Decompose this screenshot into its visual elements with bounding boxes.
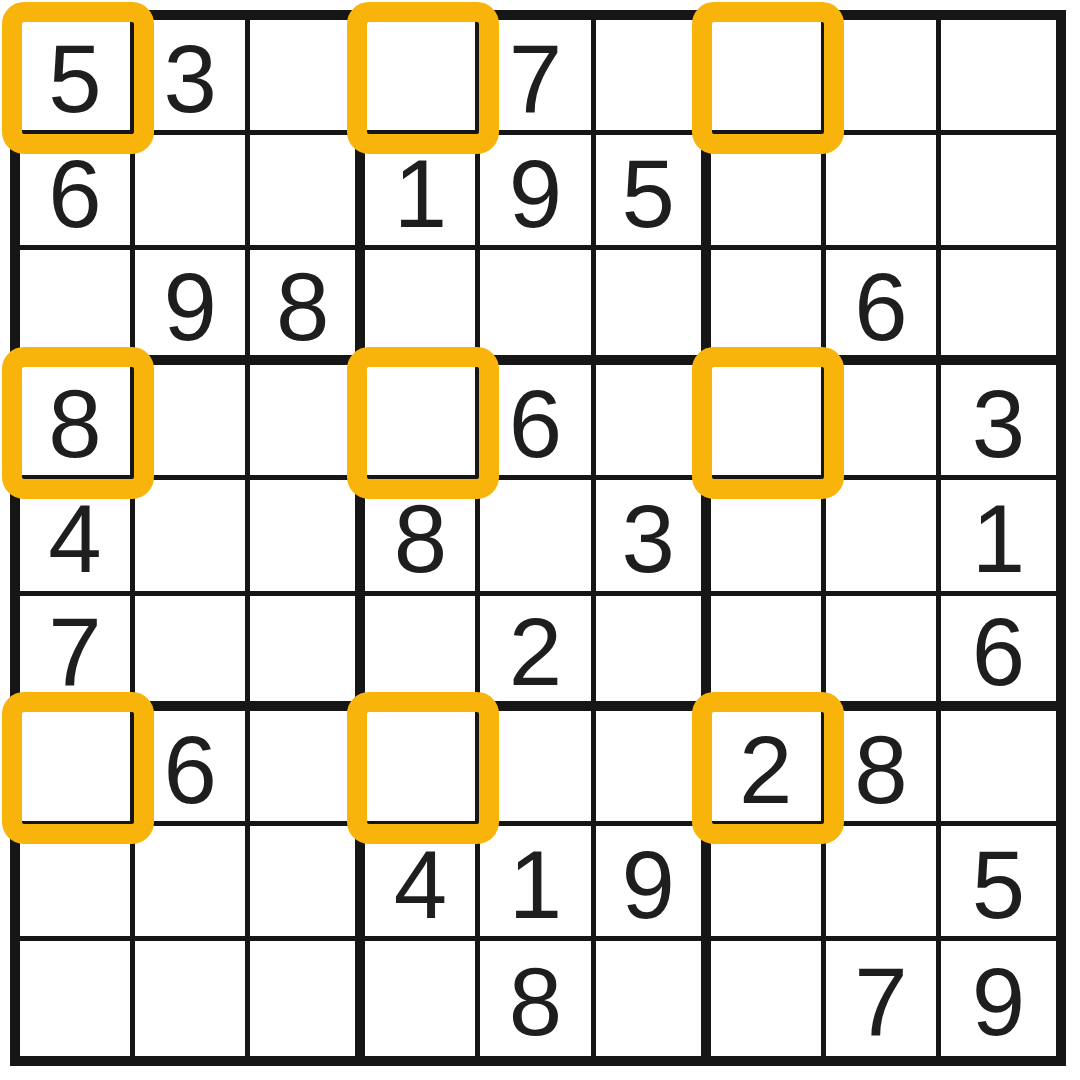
- sudoku-cell[interactable]: [135, 480, 250, 595]
- sudoku-cell[interactable]: 2: [480, 596, 595, 711]
- given-digit: 8: [509, 954, 562, 1050]
- sudoku-cell[interactable]: [135, 941, 250, 1056]
- sudoku-cell[interactable]: [135, 826, 250, 941]
- sudoku-cell[interactable]: [365, 250, 480, 365]
- given-digit: 8: [854, 722, 907, 818]
- sudoku-cell[interactable]: 8: [20, 365, 135, 480]
- sudoku-grid: 537619598686348317266284195879: [20, 20, 1056, 1056]
- sudoku-cell[interactable]: 6: [480, 365, 595, 480]
- sudoku-cell[interactable]: [480, 480, 595, 595]
- sudoku-cell[interactable]: [711, 480, 826, 595]
- given-digit: 9: [509, 146, 562, 242]
- sudoku-cell[interactable]: [250, 20, 365, 135]
- sudoku-cell[interactable]: [480, 711, 595, 826]
- sudoku-cell[interactable]: 8: [250, 250, 365, 365]
- sudoku-cell[interactable]: [365, 596, 480, 711]
- sudoku-cell[interactable]: [480, 250, 595, 365]
- given-digit: 7: [509, 31, 562, 127]
- sudoku-cell[interactable]: [250, 596, 365, 711]
- given-digit: 1: [972, 491, 1025, 587]
- sudoku-cell[interactable]: 1: [365, 135, 480, 250]
- sudoku-cell[interactable]: 6: [135, 711, 250, 826]
- sudoku-cell[interactable]: [711, 250, 826, 365]
- sudoku-cell[interactable]: [20, 941, 135, 1056]
- given-digit: 4: [394, 837, 447, 933]
- sudoku-cell[interactable]: [365, 941, 480, 1056]
- sudoku-cell[interactable]: 2: [711, 711, 826, 826]
- sudoku-cell[interactable]: [365, 711, 480, 826]
- sudoku-cell[interactable]: [596, 20, 711, 135]
- sudoku-cell[interactable]: [135, 365, 250, 480]
- sudoku-cell[interactable]: [826, 365, 941, 480]
- sudoku-cell[interactable]: 7: [20, 596, 135, 711]
- sudoku-cell[interactable]: [365, 20, 480, 135]
- sudoku-cell[interactable]: [711, 365, 826, 480]
- sudoku-cell[interactable]: [135, 596, 250, 711]
- given-digit: 9: [163, 259, 216, 355]
- given-digit: 5: [621, 146, 674, 242]
- sudoku-cell[interactable]: [826, 20, 941, 135]
- sudoku-cell[interactable]: [250, 365, 365, 480]
- sudoku-cell[interactable]: 6: [826, 250, 941, 365]
- sudoku-cell[interactable]: 3: [135, 20, 250, 135]
- sudoku-cell[interactable]: [711, 941, 826, 1056]
- sudoku-cell[interactable]: 9: [480, 135, 595, 250]
- given-digit: 6: [972, 604, 1025, 700]
- sudoku-cell[interactable]: [826, 480, 941, 595]
- given-digit: 7: [854, 954, 907, 1050]
- given-digit: 2: [739, 722, 792, 818]
- given-digit: 6: [854, 259, 907, 355]
- sudoku-cell[interactable]: [826, 826, 941, 941]
- sudoku-cell[interactable]: 6: [20, 135, 135, 250]
- sudoku-cell[interactable]: 9: [135, 250, 250, 365]
- sudoku-cell[interactable]: 1: [480, 826, 595, 941]
- sudoku-cell[interactable]: [365, 365, 480, 480]
- sudoku-cell[interactable]: [596, 941, 711, 1056]
- sudoku-cell[interactable]: 3: [596, 480, 711, 595]
- sudoku-cell[interactable]: [711, 135, 826, 250]
- given-digit: 2: [509, 604, 562, 700]
- given-digit: 6: [163, 722, 216, 818]
- sudoku-cell[interactable]: 9: [596, 826, 711, 941]
- given-digit: 1: [509, 837, 562, 933]
- given-digit: 7: [48, 604, 101, 700]
- given-digit: 8: [276, 259, 329, 355]
- sudoku-cell[interactable]: [20, 250, 135, 365]
- sudoku-page: 537619598686348317266284195879: [0, 0, 1080, 1080]
- sudoku-cell[interactable]: [941, 711, 1056, 826]
- sudoku-cell[interactable]: [250, 135, 365, 250]
- sudoku-cell[interactable]: [20, 711, 135, 826]
- sudoku-cell[interactable]: 5: [596, 135, 711, 250]
- given-digit: 5: [48, 31, 101, 127]
- given-digit: 5: [972, 837, 1025, 933]
- sudoku-cell[interactable]: 4: [365, 826, 480, 941]
- sudoku-cell[interactable]: 3: [941, 365, 1056, 480]
- sudoku-cell[interactable]: 5: [20, 20, 135, 135]
- sudoku-cell[interactable]: [135, 135, 250, 250]
- sudoku-cell[interactable]: [250, 826, 365, 941]
- given-digit: 6: [48, 146, 101, 242]
- given-digit: 9: [621, 837, 674, 933]
- sudoku-cell[interactable]: 7: [480, 20, 595, 135]
- given-digit: 9: [972, 954, 1025, 1050]
- given-digit: 6: [509, 376, 562, 472]
- sudoku-cell[interactable]: [711, 20, 826, 135]
- given-digit: 3: [972, 376, 1025, 472]
- given-digit: 8: [48, 376, 101, 472]
- sudoku-cell[interactable]: [711, 826, 826, 941]
- sudoku-cell[interactable]: [20, 826, 135, 941]
- given-digit: 3: [621, 491, 674, 587]
- given-digit: 3: [163, 31, 216, 127]
- given-digit: 8: [394, 491, 447, 587]
- given-digit: 1: [394, 146, 447, 242]
- sudoku-cell[interactable]: 1: [941, 480, 1056, 595]
- sudoku-cell[interactable]: [596, 250, 711, 365]
- given-digit: 4: [48, 491, 101, 587]
- sudoku-cell[interactable]: [596, 596, 711, 711]
- sudoku-cell[interactable]: 8: [365, 480, 480, 595]
- sudoku-cell[interactable]: [941, 20, 1056, 135]
- sudoku-cell[interactable]: [596, 365, 711, 480]
- sudoku-cell[interactable]: [711, 596, 826, 711]
- sudoku-cell[interactable]: 9: [941, 941, 1056, 1056]
- sudoku-cell[interactable]: 8: [826, 711, 941, 826]
- sudoku-cell[interactable]: [826, 135, 941, 250]
- sudoku-cell[interactable]: [826, 596, 941, 711]
- sudoku-cell[interactable]: 8: [480, 941, 595, 1056]
- sudoku-cell[interactable]: [941, 250, 1056, 365]
- sudoku-cell[interactable]: 7: [826, 941, 941, 1056]
- sudoku-cell[interactable]: [250, 480, 365, 595]
- sudoku-cell[interactable]: [250, 711, 365, 826]
- sudoku-cell[interactable]: [596, 711, 711, 826]
- sudoku-cell[interactable]: 6: [941, 596, 1056, 711]
- sudoku-cell[interactable]: [941, 135, 1056, 250]
- sudoku-board: 537619598686348317266284195879: [10, 10, 1066, 1066]
- sudoku-cell[interactable]: 4: [20, 480, 135, 595]
- sudoku-cell[interactable]: 5: [941, 826, 1056, 941]
- sudoku-cell[interactable]: [250, 941, 365, 1056]
